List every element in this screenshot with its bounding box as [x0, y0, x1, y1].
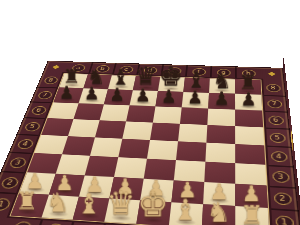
square-d7[interactable]: ♟ [130, 90, 158, 106]
rank-label: 8 [43, 76, 59, 84]
piece-black-pawn[interactable]: ♟ [161, 87, 177, 105]
file-label: g [217, 69, 230, 77]
square-e7[interactable]: ♟ [155, 91, 183, 107]
square-h1[interactable]: ♜ [235, 206, 269, 225]
square-e8[interactable]: ♚ [158, 77, 185, 92]
piece-black-pawn[interactable]: ♟ [240, 90, 256, 108]
piece-white-rook[interactable]: ♜ [16, 189, 38, 214]
square-f4[interactable] [176, 141, 206, 161]
piece-black-pawn[interactable]: ♟ [214, 89, 230, 107]
piece-base-shadow [188, 87, 205, 91]
file-medallion: g [210, 66, 235, 80]
rank-medallion: 8 [260, 80, 286, 96]
square-d4[interactable] [118, 139, 150, 159]
square-a6[interactable] [48, 102, 79, 119]
square-e5[interactable] [150, 123, 180, 142]
square-c1[interactable]: ♝ [73, 197, 110, 222]
square-h4[interactable] [235, 144, 265, 165]
rank-label: 6 [30, 106, 47, 115]
piece-base-shadow [240, 89, 257, 93]
file-label: d [143, 66, 157, 74]
square-g6[interactable] [207, 108, 235, 126]
square-g4[interactable] [205, 143, 235, 164]
piece-black-rook[interactable]: ♜ [239, 72, 257, 92]
square-c4[interactable] [90, 137, 122, 157]
rank-medallion: 6 [24, 101, 54, 118]
piece-black-pawn[interactable]: ♟ [187, 88, 203, 106]
piece-black-pawn[interactable]: ♟ [84, 85, 100, 102]
rank-medallion: 1 [268, 208, 300, 225]
square-d6[interactable] [126, 105, 155, 122]
rank-label: 8 [266, 84, 281, 92]
rank-label: 4 [270, 151, 287, 162]
piece-black-pawn[interactable]: ♟ [109, 86, 125, 104]
square-h8[interactable]: ♜ [235, 79, 261, 95]
piece-black-king[interactable]: ♚ [159, 63, 183, 90]
square-a5[interactable] [41, 118, 73, 136]
rank-medallion: 5 [17, 117, 48, 135]
piece-base-shadow [163, 87, 180, 91]
square-f1[interactable]: ♝ [169, 202, 203, 225]
square-b5[interactable] [68, 119, 100, 137]
rank-medallion: 7 [31, 87, 60, 103]
square-c8[interactable]: ♝ [108, 75, 136, 90]
file-medallion: c [112, 63, 139, 76]
file-label: b [95, 65, 110, 73]
rank-medallion: 6 [262, 111, 289, 129]
piece-white-king[interactable]: ♚ [137, 187, 168, 222]
frame-corner-ornament [260, 67, 285, 81]
square-b6[interactable] [73, 103, 103, 120]
photo-stage: abcdefgh abcdefgh 87654321 87654321 ♜♞♝♛… [0, 0, 300, 225]
file-medallion: b [88, 62, 115, 75]
piece-base-shadow [83, 99, 100, 103]
square-c6[interactable] [100, 104, 130, 121]
piece-base-shadow [213, 104, 230, 109]
piece-black-bishop[interactable]: ♝ [111, 67, 130, 88]
piece-black-knight[interactable]: ♞ [87, 67, 105, 87]
square-e4[interactable] [147, 140, 178, 160]
file-label: b [44, 223, 65, 225]
piece-white-queen[interactable]: ♛ [106, 188, 135, 220]
playing-field: ♜♞♝♛♚♝♞♜♟♟♟♟♟♟♟♟♟♟♟♟♟♟♟♟♜♞♝♛♚♝♞♜ [11, 74, 269, 225]
file-medallion: e [160, 64, 186, 77]
square-g8[interactable]: ♞ [209, 78, 235, 93]
frame-corner-ornament [43, 61, 69, 74]
square-f5[interactable] [178, 124, 207, 143]
piece-black-rook[interactable]: ♜ [63, 67, 80, 86]
scene: abcdefgh abcdefgh 87654321 87654321 ♜♞♝♛… [0, 0, 300, 225]
rank-label: 6 [268, 115, 284, 125]
piece-base-shadow [240, 105, 257, 110]
rank-medallion: 4 [264, 145, 293, 166]
rank-medallion: 3 [265, 165, 296, 187]
square-f7[interactable]: ♟ [182, 92, 209, 108]
piece-black-pawn[interactable]: ♟ [135, 86, 151, 104]
rank-label: 7 [267, 99, 282, 108]
rank-medallion: 2 [267, 186, 299, 210]
piece-base-shadow [160, 101, 177, 106]
piece-black-queen[interactable]: ♛ [134, 64, 157, 89]
piece-base-shadow [138, 86, 155, 90]
square-a4[interactable] [34, 135, 67, 154]
square-d8[interactable]: ♛ [133, 76, 160, 91]
piece-white-knight[interactable]: ♞ [206, 199, 230, 225]
square-c7[interactable]: ♟ [104, 89, 133, 105]
piece-black-pawn[interactable]: ♟ [59, 84, 75, 101]
file-label: h [242, 69, 256, 77]
square-h7[interactable]: ♟ [235, 94, 262, 111]
piece-white-bishop[interactable]: ♝ [77, 191, 102, 218]
rank-label: 4 [16, 139, 34, 149]
frame-border-far: abcdefgh [64, 61, 260, 80]
rank-label: 1 [0, 198, 11, 211]
piece-white-knight[interactable]: ♞ [46, 190, 69, 216]
square-e6[interactable] [153, 106, 182, 123]
rank-label: 1 [275, 215, 294, 225]
file-label: c [119, 66, 133, 74]
file-medallion: a [64, 61, 92, 74]
square-f8[interactable]: ♝ [183, 78, 209, 93]
square-d1[interactable]: ♛ [104, 199, 140, 224]
square-g1[interactable]: ♞ [202, 204, 235, 225]
square-a8[interactable]: ♜ [59, 74, 88, 89]
square-c5[interactable] [95, 120, 126, 138]
piece-base-shadow [113, 85, 130, 89]
piece-base-shadow [134, 100, 151, 105]
rank-label: 2 [273, 192, 291, 205]
file-medallion: d [136, 63, 162, 76]
piece-base-shadow [88, 84, 105, 88]
file-medallion: f [185, 65, 211, 78]
square-d5[interactable] [122, 121, 153, 140]
square-g5[interactable] [206, 125, 235, 144]
file-label: a [11, 221, 32, 225]
piece-black-knight[interactable]: ♞ [213, 71, 232, 92]
piece-base-shadow [58, 98, 75, 102]
square-e1[interactable]: ♚ [136, 200, 171, 225]
piece-base-shadow [109, 100, 126, 104]
square-b7[interactable]: ♟ [79, 88, 108, 104]
square-g7[interactable]: ♟ [208, 93, 235, 110]
piece-black-bishop[interactable]: ♝ [187, 69, 207, 91]
file-label: f [192, 68, 206, 76]
rank-label: 5 [269, 132, 285, 142]
file-label: a [71, 64, 86, 71]
rank-label: 3 [8, 157, 27, 168]
piece-base-shadow [64, 83, 81, 87]
square-b8[interactable]: ♞ [83, 74, 111, 89]
file-label: e [167, 67, 181, 75]
square-h5[interactable] [235, 126, 264, 145]
rank-label: 3 [272, 170, 290, 182]
square-h6[interactable] [235, 109, 263, 127]
rank-label: 5 [23, 122, 41, 132]
piece-white-bishop[interactable]: ♝ [173, 196, 198, 224]
rank-medallion: 8 [37, 73, 65, 88]
piece-base-shadow [187, 102, 204, 107]
piece-white-rook[interactable]: ♜ [240, 203, 263, 225]
rank-medallion: 7 [261, 95, 287, 112]
square-a7[interactable]: ♟ [54, 87, 84, 103]
rank-medallion: 5 [263, 127, 291, 146]
chess-board: abcdefgh abcdefgh 87654321 87654321 ♜♞♝♛… [0, 61, 300, 225]
square-f6[interactable] [180, 107, 208, 125]
rank-label: 7 [37, 91, 53, 99]
piece-base-shadow [214, 88, 231, 92]
file-medallion: h [235, 66, 260, 80]
